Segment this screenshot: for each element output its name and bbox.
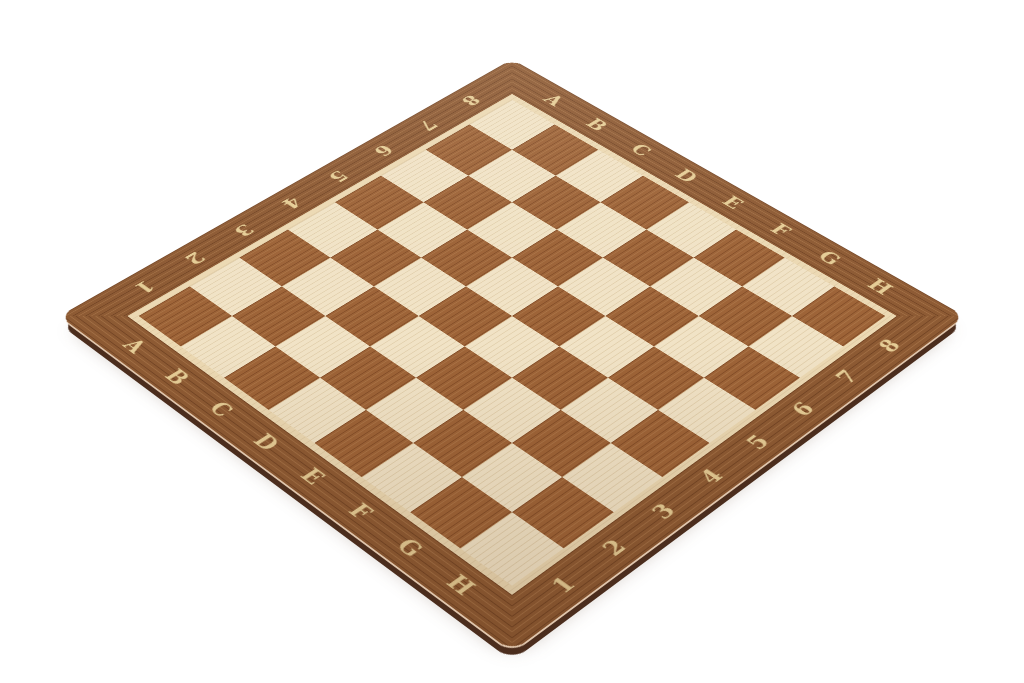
square-h7[interactable]	[749, 316, 844, 378]
board-top-surface: ABCDEFGH ABCDEFGH 87654321 87654321	[59, 59, 964, 651]
square-g2[interactable]	[462, 443, 562, 512]
square-f5[interactable]	[559, 316, 654, 378]
square-d3[interactable]	[370, 316, 465, 378]
coord-right-2: 2	[570, 517, 659, 580]
coord-bottom-b: B	[136, 350, 218, 405]
chessboard: ABCDEFGH ABCDEFGH 87654321 87654321	[59, 59, 964, 651]
square-f3[interactable]	[463, 378, 560, 443]
coord-right-4: 4	[669, 447, 755, 507]
square-e1[interactable]	[314, 410, 413, 477]
square-g6[interactable]	[654, 316, 749, 378]
square-g5[interactable]	[608, 346, 704, 409]
square-e3[interactable]	[416, 346, 512, 409]
square-f1[interactable]	[362, 443, 462, 512]
square-g4[interactable]	[561, 378, 658, 443]
square-h6[interactable]	[704, 346, 800, 409]
square-h5[interactable]	[658, 378, 755, 443]
coord-bottom-a: A	[94, 320, 174, 373]
coord-bottom-g: G	[365, 517, 454, 580]
square-h2[interactable]	[512, 477, 614, 548]
coord-right-5: 5	[716, 414, 800, 472]
square-b1[interactable]	[181, 316, 276, 378]
coord-right-8: 8	[850, 320, 930, 373]
square-d2[interactable]	[320, 346, 416, 409]
square-h1[interactable]	[460, 512, 563, 585]
coord-bottom-e: E	[270, 447, 356, 507]
square-e2[interactable]	[366, 378, 463, 443]
square-d1[interactable]	[269, 378, 366, 443]
coord-right-1: 1	[518, 553, 608, 618]
square-h3[interactable]	[562, 443, 662, 512]
photo-background: ABCDEFGH ABCDEFGH 87654321 87654321	[0, 0, 1024, 683]
board-scene: ABCDEFGH ABCDEFGH 87654321 87654321	[192, 0, 832, 636]
square-h4[interactable]	[611, 410, 710, 477]
square-f4[interactable]	[512, 346, 608, 409]
coord-bottom-f: F	[317, 481, 404, 543]
coord-bottom-c: C	[179, 382, 262, 438]
playing-field	[139, 100, 886, 586]
border-strip-right	[473, 294, 964, 651]
square-e4[interactable]	[465, 316, 560, 378]
coordinates-right: 87654321	[518, 320, 929, 619]
square-c1[interactable]	[224, 346, 320, 409]
square-g1[interactable]	[410, 477, 512, 548]
square-f2[interactable]	[413, 410, 512, 477]
coord-right-7: 7	[806, 350, 888, 405]
square-g3[interactable]	[512, 410, 611, 477]
square-c2[interactable]	[275, 316, 370, 378]
border-strip-bottom	[59, 294, 550, 651]
coordinates-bottom: ABCDEFGH	[94, 320, 505, 619]
coord-right-3: 3	[620, 481, 707, 543]
coord-bottom-h: H	[415, 553, 505, 618]
coord-right-6: 6	[762, 382, 845, 438]
coord-bottom-d: D	[224, 414, 308, 472]
